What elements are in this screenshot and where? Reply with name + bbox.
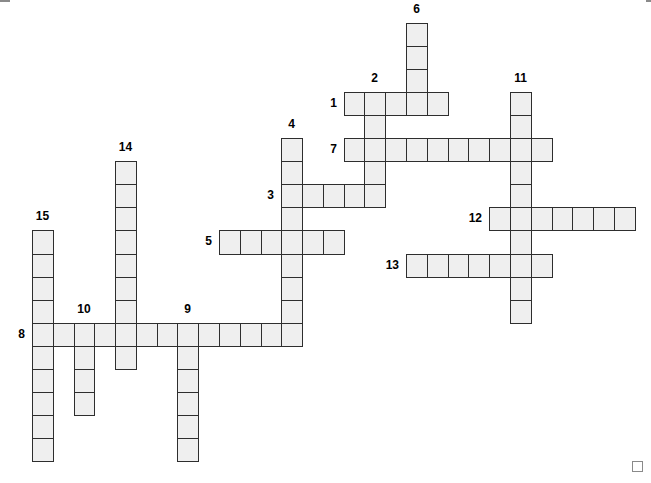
cell-r18-c0[interactable]	[32, 438, 54, 462]
clue-number-14-down: 14	[109, 141, 142, 154]
cell-r7-c12[interactable]	[281, 184, 303, 208]
cell-r12-c23[interactable]	[510, 300, 532, 324]
cell-r13-c9[interactable]	[219, 323, 241, 347]
cell-r3-c16[interactable]	[364, 92, 386, 116]
cell-r9-c14[interactable]	[323, 230, 345, 255]
cell-r16-c2[interactable]	[74, 392, 95, 416]
cell-r3-c18[interactable]	[406, 92, 428, 116]
cell-r14-c2[interactable]	[74, 346, 95, 370]
cell-r7-c14[interactable]	[323, 184, 345, 208]
cell-r17-c0[interactable]	[32, 415, 54, 439]
clue-number-8-across: 8	[0, 328, 25, 341]
cell-r2-c18[interactable]	[406, 69, 428, 93]
cell-r13-c3[interactable]	[94, 323, 116, 347]
cell-r10-c0[interactable]	[32, 254, 54, 278]
cell-r9-c12[interactable]	[281, 230, 303, 255]
cell-r11-c0[interactable]	[32, 277, 54, 301]
cell-r3-c15[interactable]	[344, 92, 365, 116]
cell-r8-c26[interactable]	[572, 207, 594, 231]
cell-r10-c21[interactable]	[468, 254, 490, 278]
cell-r9-c13[interactable]	[302, 230, 324, 255]
cell-r8-c22[interactable]	[489, 207, 511, 231]
cell-r10-c23[interactable]	[510, 254, 532, 278]
cell-r6-c16[interactable]	[364, 161, 386, 185]
cell-r3-c17[interactable]	[385, 92, 407, 116]
cell-r9-c23[interactable]	[510, 230, 532, 255]
cell-r11-c12[interactable]	[281, 277, 303, 301]
cell-r8-c24[interactable]	[531, 207, 553, 231]
cell-r13-c4[interactable]	[115, 323, 137, 347]
cell-r8-c12[interactable]	[281, 207, 303, 231]
cell-r13-c6[interactable]	[157, 323, 178, 347]
cell-r7-c4[interactable]	[115, 184, 137, 208]
cell-r12-c12[interactable]	[281, 300, 303, 324]
cell-r16-c7[interactable]	[177, 392, 199, 416]
cell-r1-c18[interactable]	[406, 46, 428, 70]
cell-r9-c4[interactable]	[115, 230, 137, 255]
cell-r4-c23[interactable]	[510, 115, 532, 139]
cell-r9-c0[interactable]	[32, 230, 54, 255]
cell-r13-c7[interactable]	[177, 323, 199, 347]
cell-r6-c12[interactable]	[281, 161, 303, 185]
cell-r15-c2[interactable]	[74, 369, 95, 393]
cell-r9-c10[interactable]	[240, 230, 262, 255]
cell-r9-c11[interactable]	[261, 230, 282, 255]
cell-r13-c12[interactable]	[281, 323, 303, 347]
clue-number-1-across: 1	[297, 97, 337, 110]
cell-r3-c23[interactable]	[510, 92, 532, 116]
cell-r13-c8[interactable]	[198, 323, 220, 347]
clue-number-9-down: 9	[171, 303, 204, 316]
cell-r13-c1[interactable]	[53, 323, 75, 347]
clue-number-2-down: 2	[358, 72, 391, 85]
cell-r0-c18[interactable]	[406, 23, 428, 47]
cell-r13-c2[interactable]	[74, 323, 95, 347]
top-right-border-artifact	[646, 0, 651, 2]
cell-r5-c15[interactable]	[344, 138, 365, 162]
cell-r10-c12[interactable]	[281, 254, 303, 278]
cell-r17-c7[interactable]	[177, 415, 199, 439]
cell-r4-c16[interactable]	[364, 115, 386, 139]
clue-number-11-down: 11	[504, 72, 537, 85]
cell-r8-c23[interactable]	[510, 207, 532, 231]
cell-r7-c13[interactable]	[302, 184, 324, 208]
clue-number-3-across: 3	[234, 189, 274, 202]
cell-r6-c23[interactable]	[510, 161, 532, 185]
cell-r14-c0[interactable]	[32, 346, 54, 370]
cell-r6-c4[interactable]	[115, 161, 137, 185]
clue-number-13-across: 13	[359, 259, 399, 272]
cell-r10-c18[interactable]	[406, 254, 428, 278]
cell-r7-c15[interactable]	[344, 184, 365, 208]
cell-r14-c4[interactable]	[115, 346, 137, 370]
cell-r11-c4[interactable]	[115, 277, 137, 301]
clue-number-12-across: 12	[442, 212, 482, 225]
clue-number-6-down: 6	[400, 3, 433, 16]
cell-r5-c24[interactable]	[531, 138, 553, 162]
cell-r5-c16[interactable]	[364, 138, 386, 162]
cell-r12-c0[interactable]	[32, 300, 54, 324]
cell-r5-c22[interactable]	[489, 138, 511, 162]
clue-number-4-down: 4	[275, 118, 308, 131]
cell-r5-c19[interactable]	[427, 138, 449, 162]
bottom-right-square-icon	[632, 461, 643, 472]
top-left-border-artifact	[0, 0, 10, 2]
cell-r15-c7[interactable]	[177, 369, 199, 393]
cell-r13-c11[interactable]	[261, 323, 282, 347]
cell-r8-c4[interactable]	[115, 207, 137, 231]
cell-r3-c19[interactable]	[427, 92, 449, 116]
clue-number-15-down: 15	[26, 210, 59, 223]
cell-r11-c23[interactable]	[510, 277, 532, 301]
cell-r10-c22[interactable]	[489, 254, 511, 278]
cell-r5-c20[interactable]	[448, 138, 469, 162]
cell-r5-c23[interactable]	[510, 138, 532, 162]
cell-r13-c0[interactable]	[32, 323, 54, 347]
cell-r14-c7[interactable]	[177, 346, 199, 370]
cell-r10-c20[interactable]	[448, 254, 469, 278]
cell-r8-c27[interactable]	[593, 207, 615, 231]
cell-r8-c25[interactable]	[552, 207, 573, 231]
cell-r5-c18[interactable]	[406, 138, 428, 162]
clue-number-5-across: 5	[172, 235, 212, 248]
cell-r12-c4[interactable]	[115, 300, 137, 324]
cell-r8-c28[interactable]	[614, 207, 636, 231]
cell-r5-c21[interactable]	[468, 138, 490, 162]
cell-r10-c19[interactable]	[427, 254, 449, 278]
cell-r13-c10[interactable]	[240, 323, 262, 347]
cell-r13-c5[interactable]	[136, 323, 158, 347]
clue-number-10-down: 10	[68, 303, 100, 316]
cell-r15-c0[interactable]	[32, 369, 54, 393]
cell-r10-c24[interactable]	[531, 254, 553, 278]
clue-number-7-across: 7	[297, 143, 337, 156]
cell-r18-c7[interactable]	[177, 438, 199, 462]
cell-r10-c4[interactable]	[115, 254, 137, 278]
cell-r7-c16[interactable]	[364, 184, 386, 208]
cell-r7-c23[interactable]	[510, 184, 532, 208]
cell-r5-c17[interactable]	[385, 138, 407, 162]
cell-r9-c9[interactable]	[219, 230, 241, 255]
crossword-board: 123456789101112131415	[0, 0, 651, 483]
cell-r16-c0[interactable]	[32, 392, 54, 416]
